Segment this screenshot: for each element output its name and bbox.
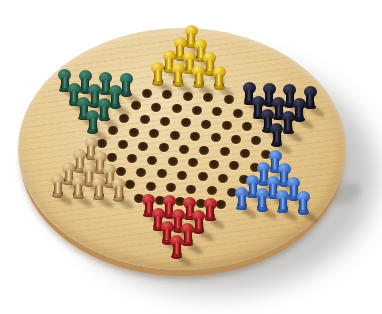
hole[interactable]: [168, 157, 178, 166]
hole[interactable]: [157, 169, 167, 178]
hole[interactable]: [229, 161, 239, 170]
hole[interactable]: [181, 118, 191, 127]
peg-foot: [205, 217, 216, 222]
hole[interactable]: [107, 153, 117, 162]
hole[interactable]: [216, 200, 226, 209]
peg-foot: [52, 193, 63, 198]
hole[interactable]: [172, 104, 182, 113]
peg-yellow[interactable]: [151, 62, 165, 86]
peg-foot: [87, 129, 98, 134]
board: [18, 28, 346, 270]
hole[interactable]: [138, 142, 148, 151]
peg-tan[interactable]: [92, 177, 106, 201]
peg-tan[interactable]: [112, 178, 126, 202]
hole[interactable]: [220, 147, 230, 156]
peg-foot: [121, 92, 132, 97]
peg-foot: [93, 196, 104, 201]
hole[interactable]: [190, 132, 200, 141]
hole[interactable]: [108, 126, 118, 135]
hole[interactable]: [162, 90, 172, 99]
peg-blue[interactable]: [235, 187, 249, 211]
hole[interactable]: [231, 135, 241, 144]
hole[interactable]: [119, 114, 129, 123]
hole[interactable]: [147, 156, 157, 165]
hole[interactable]: [142, 89, 152, 98]
peg-foot: [294, 117, 305, 122]
hole[interactable]: [125, 180, 135, 189]
peg-tan[interactable]: [71, 176, 85, 200]
peg-foot: [173, 82, 184, 87]
hole[interactable]: [170, 131, 180, 140]
hole[interactable]: [192, 106, 202, 115]
peg-foot: [257, 207, 268, 212]
peg-foot: [110, 104, 121, 109]
peg-red[interactable]: [170, 235, 184, 259]
peg-yellow[interactable]: [192, 65, 206, 89]
hole[interactable]: [203, 93, 213, 102]
peg-foot: [193, 84, 204, 89]
chinese-checkers-board-photo: [0, 0, 382, 314]
peg-tan[interactable]: [51, 174, 65, 198]
hole[interactable]: [207, 186, 217, 195]
hole[interactable]: [160, 117, 170, 126]
peg-foot: [193, 229, 204, 234]
hole[interactable]: [201, 120, 211, 129]
peg-foot: [152, 81, 163, 86]
hole[interactable]: [224, 95, 234, 104]
peg-foot: [271, 142, 282, 147]
peg-blue[interactable]: [255, 188, 269, 212]
hole[interactable]: [131, 101, 141, 110]
hole[interactable]: [188, 158, 198, 167]
hole[interactable]: [183, 92, 193, 101]
hole[interactable]: [199, 146, 209, 155]
peg-foot: [283, 130, 294, 135]
hole[interactable]: [212, 107, 222, 116]
peg-foot: [214, 85, 225, 90]
hole[interactable]: [151, 103, 161, 112]
hole[interactable]: [177, 171, 187, 180]
hole-grid: [18, 28, 346, 270]
peg-foot: [99, 117, 110, 122]
peg-green[interactable]: [86, 110, 100, 134]
hole[interactable]: [233, 109, 243, 118]
peg-foot: [298, 210, 309, 215]
peg-black[interactable]: [270, 123, 284, 147]
peg-foot: [277, 209, 288, 214]
hole[interactable]: [179, 145, 189, 154]
hole[interactable]: [146, 182, 156, 191]
hole[interactable]: [97, 139, 107, 148]
hole[interactable]: [159, 143, 169, 152]
hole[interactable]: [118, 140, 128, 149]
peg-blue[interactable]: [276, 190, 290, 214]
hole[interactable]: [209, 160, 219, 169]
hole[interactable]: [149, 129, 159, 138]
hole[interactable]: [166, 183, 176, 192]
hole[interactable]: [140, 115, 150, 124]
hole[interactable]: [127, 154, 137, 163]
peg-yellow[interactable]: [171, 63, 185, 87]
peg-yellow[interactable]: [212, 66, 226, 90]
hole[interactable]: [240, 149, 250, 158]
peg-blue[interactable]: [296, 191, 310, 215]
hole[interactable]: [222, 121, 232, 130]
peg-foot: [113, 197, 124, 202]
hole[interactable]: [129, 128, 139, 137]
peg-foot: [171, 254, 182, 259]
hole[interactable]: [186, 185, 196, 194]
peg-foot: [236, 206, 247, 211]
peg-foot: [305, 105, 316, 110]
hole[interactable]: [218, 174, 228, 183]
hole[interactable]: [211, 133, 221, 142]
hole[interactable]: [116, 167, 126, 176]
hole[interactable]: [251, 136, 261, 145]
hole[interactable]: [136, 168, 146, 177]
peg-foot: [73, 195, 84, 200]
peg-foot: [182, 242, 193, 247]
hole[interactable]: [242, 122, 252, 131]
hole[interactable]: [198, 172, 208, 181]
